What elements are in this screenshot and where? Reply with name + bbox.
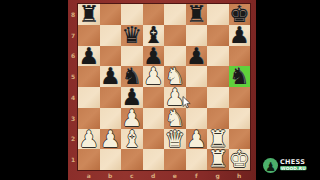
square-g6[interactable] <box>207 46 229 67</box>
rank-label-1: 1 <box>68 149 78 170</box>
square-b8[interactable] <box>100 4 122 25</box>
square-e7[interactable] <box>164 25 186 46</box>
rank-label-5: 5 <box>68 66 78 87</box>
square-f8[interactable]: ♜ <box>186 4 208 25</box>
square-e2[interactable]: ♛ <box>164 129 186 150</box>
square-g5[interactable] <box>207 66 229 87</box>
white-bishop[interactable]: ♝ <box>121 129 142 150</box>
square-f4[interactable] <box>186 87 208 108</box>
video-frame: 87654321 ♜♜♚♛♝♟♟♟♟♟♞♟♞♞♟♟♟♞♟♟♝♛♟♜♜♚ abcd… <box>0 0 320 180</box>
rank-labels: 87654321 <box>68 4 78 170</box>
white-pawn[interactable]: ♟ <box>100 129 121 150</box>
file-label-e: e <box>164 170 186 180</box>
square-d3[interactable] <box>143 108 165 129</box>
square-a8[interactable]: ♜ <box>78 4 100 25</box>
black-queen[interactable]: ♛ <box>121 25 142 46</box>
square-d1[interactable] <box>143 149 165 170</box>
white-rook[interactable]: ♜ <box>207 149 228 170</box>
square-h7[interactable]: ♟ <box>229 25 251 46</box>
square-d5[interactable]: ♟ <box>143 66 165 87</box>
square-g1[interactable]: ♜ <box>207 149 229 170</box>
square-g8[interactable] <box>207 4 229 25</box>
square-f5[interactable] <box>186 66 208 87</box>
square-a6[interactable]: ♟ <box>78 46 100 67</box>
square-b1[interactable] <box>100 149 122 170</box>
square-g7[interactable] <box>207 25 229 46</box>
square-f1[interactable] <box>186 149 208 170</box>
black-pawn[interactable]: ♟ <box>186 46 207 67</box>
chess-board[interactable]: ♜♜♚♛♝♟♟♟♟♟♞♟♞♞♟♟♟♞♟♟♝♛♟♜♜♚ <box>78 4 250 170</box>
black-pawn[interactable]: ♟ <box>100 66 121 87</box>
rank-label-4: 4 <box>68 87 78 108</box>
rank-label-2: 2 <box>68 129 78 150</box>
file-label-h: h <box>229 170 251 180</box>
file-label-d: d <box>143 170 165 180</box>
rank-label-7: 7 <box>68 25 78 46</box>
file-label-b: b <box>100 170 122 180</box>
square-c2[interactable]: ♝ <box>121 129 143 150</box>
white-pawn[interactable]: ♟ <box>78 129 99 150</box>
black-rook[interactable]: ♜ <box>78 4 99 25</box>
square-h3[interactable] <box>229 108 251 129</box>
watermark-subtitle: WOOD.RU <box>280 166 307 170</box>
file-label-g: g <box>207 170 229 180</box>
white-pawn[interactable]: ♟ <box>143 66 164 87</box>
black-rook[interactable]: ♜ <box>186 4 207 25</box>
square-a5[interactable] <box>78 66 100 87</box>
pawn-icon: ♟ <box>265 160 276 175</box>
square-c1[interactable] <box>121 149 143 170</box>
square-h1[interactable]: ♚ <box>229 149 251 170</box>
white-pawn[interactable]: ♟ <box>186 129 207 150</box>
square-d4[interactable] <box>143 87 165 108</box>
rank-label-3: 3 <box>68 108 78 129</box>
square-c7[interactable]: ♛ <box>121 25 143 46</box>
square-a1[interactable] <box>78 149 100 170</box>
square-h4[interactable] <box>229 87 251 108</box>
black-knight[interactable]: ♞ <box>229 66 250 87</box>
chesswood-watermark: ♟ CHESS WOOD.RU <box>263 158 317 173</box>
file-label-c: c <box>121 170 143 180</box>
square-a4[interactable] <box>78 87 100 108</box>
white-queen[interactable]: ♛ <box>164 129 185 150</box>
black-pawn[interactable]: ♟ <box>78 46 99 67</box>
square-b2[interactable]: ♟ <box>100 129 122 150</box>
square-d2[interactable] <box>143 129 165 150</box>
white-king[interactable]: ♚ <box>229 149 250 170</box>
square-b5[interactable]: ♟ <box>100 66 122 87</box>
square-f6[interactable]: ♟ <box>186 46 208 67</box>
square-e1[interactable] <box>164 149 186 170</box>
square-f2[interactable]: ♟ <box>186 129 208 150</box>
square-b4[interactable] <box>100 87 122 108</box>
chess-board-frame: 87654321 ♜♜♚♛♝♟♟♟♟♟♞♟♞♞♟♟♟♞♟♟♝♛♟♜♜♚ abcd… <box>68 0 256 180</box>
square-b7[interactable] <box>100 25 122 46</box>
file-labels: abcdefgh <box>78 170 250 180</box>
rank-label-8: 8 <box>68 4 78 25</box>
square-g4[interactable] <box>207 87 229 108</box>
square-h5[interactable]: ♞ <box>229 66 251 87</box>
square-e8[interactable] <box>164 4 186 25</box>
file-label-a: a <box>78 170 100 180</box>
black-pawn[interactable]: ♟ <box>229 25 250 46</box>
watermark-logo-circle: ♟ <box>263 158 278 173</box>
file-label-f: f <box>186 170 208 180</box>
square-a2[interactable]: ♟ <box>78 129 100 150</box>
rank-label-6: 6 <box>68 46 78 67</box>
